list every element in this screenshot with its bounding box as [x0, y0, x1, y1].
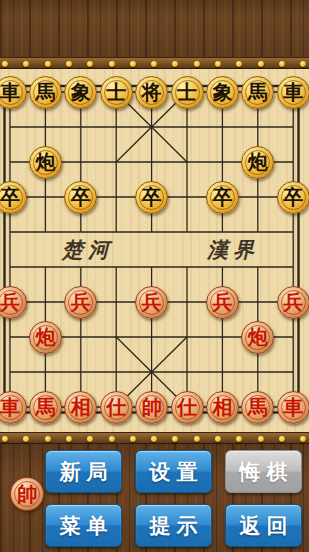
- piece-black-soldier[interactable]: 卒: [64, 181, 97, 214]
- piece-black-soldier[interactable]: 卒: [277, 181, 309, 214]
- board-grid-lines: [0, 69, 309, 432]
- rivet-stud: [23, 436, 29, 442]
- piece-glyph: 兵: [212, 292, 232, 312]
- piece-red-advisor[interactable]: 仕: [100, 391, 133, 424]
- piece-glyph: 士: [106, 82, 126, 102]
- piece-glyph: 卒: [0, 187, 20, 207]
- rivet-stud: [130, 436, 136, 442]
- piece-glyph: 炮: [35, 152, 55, 172]
- xiangqi-app-screen: 楚河 漢界 車馬象士将士象馬車炮炮卒卒卒卒卒兵兵兵兵兵炮炮車馬相仕帥仕相馬車 帥…: [0, 0, 309, 552]
- piece-glyph: 象: [212, 82, 232, 102]
- piece-glyph: 卒: [142, 187, 162, 207]
- rivet-stud: [87, 436, 93, 442]
- piece-glyph: 帥: [142, 397, 162, 417]
- new-game-button[interactable]: 新局: [45, 450, 122, 493]
- rivet-stud: [236, 436, 242, 442]
- piece-red-horse[interactable]: 馬: [241, 391, 274, 424]
- piece-black-elephant[interactable]: 象: [206, 76, 239, 109]
- turn-indicator-glyph: 帥: [17, 484, 37, 504]
- rivet-stud: [87, 61, 93, 67]
- rivet-stud: [45, 61, 51, 67]
- piece-red-soldier[interactable]: 兵: [277, 286, 309, 319]
- piece-red-soldier[interactable]: 兵: [64, 286, 97, 319]
- piece-black-soldier[interactable]: 卒: [135, 181, 168, 214]
- piece-glyph: 車: [283, 82, 303, 102]
- piece-red-chariot[interactable]: 車: [277, 391, 309, 424]
- piece-black-elephant[interactable]: 象: [64, 76, 97, 109]
- piece-black-cannon[interactable]: 炮: [29, 146, 62, 179]
- rivet-stud: [236, 61, 242, 67]
- piece-glyph: 兵: [283, 292, 303, 312]
- rivet-stud: [45, 436, 51, 442]
- undo-move-button[interactable]: 悔棋: [225, 450, 302, 493]
- settings-button[interactable]: 设置: [135, 450, 212, 493]
- river-label-right: 漢界: [207, 236, 259, 264]
- rivet-stud: [300, 61, 306, 67]
- piece-red-elephant[interactable]: 相: [206, 391, 239, 424]
- piece-glyph: 車: [0, 82, 20, 102]
- piece-red-cannon[interactable]: 炮: [241, 321, 274, 354]
- piece-red-advisor[interactable]: 仕: [171, 391, 204, 424]
- river-label-left: 楚河: [62, 236, 114, 264]
- piece-glyph: 相: [71, 397, 91, 417]
- rivet-stud: [258, 61, 264, 67]
- piece-red-soldier[interactable]: 兵: [135, 286, 168, 319]
- piece-glyph: 仕: [106, 397, 126, 417]
- rivet-stud: [279, 61, 285, 67]
- piece-black-horse[interactable]: 馬: [241, 76, 274, 109]
- piece-glyph: 炮: [35, 327, 55, 347]
- piece-glyph: 兵: [0, 292, 20, 312]
- piece-glyph: 士: [177, 82, 197, 102]
- turn-indicator-red-general: 帥: [10, 477, 44, 511]
- piece-red-soldier[interactable]: 兵: [206, 286, 239, 319]
- piece-red-chariot[interactable]: 車: [0, 391, 27, 424]
- piece-glyph: 馬: [248, 397, 268, 417]
- piece-glyph: 車: [0, 397, 20, 417]
- piece-red-elephant[interactable]: 相: [64, 391, 97, 424]
- rivet-stud: [279, 436, 285, 442]
- piece-red-horse[interactable]: 馬: [29, 391, 62, 424]
- piece-black-soldier[interactable]: 卒: [0, 181, 27, 214]
- back-button[interactable]: 返回: [225, 504, 302, 547]
- top-rivet-strip: [0, 57, 309, 69]
- rivet-stud: [151, 436, 157, 442]
- piece-glyph: 仕: [177, 397, 197, 417]
- rivet-stud: [172, 61, 178, 67]
- bottom-rivet-strip: [0, 432, 309, 444]
- piece-glyph: 兵: [71, 292, 91, 312]
- rivet-stud: [194, 61, 200, 67]
- piece-glyph: 将: [142, 82, 162, 102]
- piece-glyph: 卒: [283, 187, 303, 207]
- rivet-stud: [215, 436, 221, 442]
- menu-button[interactable]: 菜单: [45, 504, 122, 547]
- rivet-stud: [23, 61, 29, 67]
- rivet-stud: [194, 436, 200, 442]
- rivet-stud: [300, 436, 306, 442]
- piece-black-advisor[interactable]: 士: [100, 76, 133, 109]
- rivet-stud: [66, 61, 72, 67]
- piece-glyph: 兵: [142, 292, 162, 312]
- xiangqi-board[interactable]: 楚河 漢界 車馬象士将士象馬車炮炮卒卒卒卒卒兵兵兵兵兵炮炮車馬相仕帥仕相馬車: [0, 69, 309, 432]
- piece-glyph: 卒: [71, 187, 91, 207]
- piece-black-soldier[interactable]: 卒: [206, 181, 239, 214]
- piece-glyph: 馬: [35, 82, 55, 102]
- rivet-stud: [66, 436, 72, 442]
- piece-red-soldier[interactable]: 兵: [0, 286, 27, 319]
- rivet-stud: [130, 61, 136, 67]
- rivet-stud: [109, 436, 115, 442]
- piece-black-general[interactable]: 将: [135, 76, 168, 109]
- piece-black-chariot[interactable]: 車: [0, 76, 27, 109]
- piece-black-chariot[interactable]: 車: [277, 76, 309, 109]
- piece-glyph: 車: [283, 397, 303, 417]
- top-wood-frame: [0, 0, 309, 57]
- rivet-stud: [151, 61, 157, 67]
- piece-glyph: 馬: [35, 397, 55, 417]
- hint-button[interactable]: 提示: [135, 504, 212, 547]
- piece-glyph: 象: [71, 82, 91, 102]
- piece-red-general[interactable]: 帥: [135, 391, 168, 424]
- piece-black-horse[interactable]: 馬: [29, 76, 62, 109]
- rivet-stud: [215, 61, 221, 67]
- piece-red-cannon[interactable]: 炮: [29, 321, 62, 354]
- piece-glyph: 炮: [248, 327, 268, 347]
- rivet-stud: [2, 61, 8, 67]
- piece-black-cannon[interactable]: 炮: [241, 146, 274, 179]
- piece-glyph: 卒: [212, 187, 232, 207]
- piece-glyph: 炮: [248, 152, 268, 172]
- rivet-stud: [172, 436, 178, 442]
- rivet-stud: [109, 61, 115, 67]
- piece-black-advisor[interactable]: 士: [171, 76, 204, 109]
- rivet-stud: [258, 436, 264, 442]
- piece-glyph: 相: [212, 397, 232, 417]
- rivet-stud: [2, 436, 8, 442]
- piece-glyph: 馬: [248, 82, 268, 102]
